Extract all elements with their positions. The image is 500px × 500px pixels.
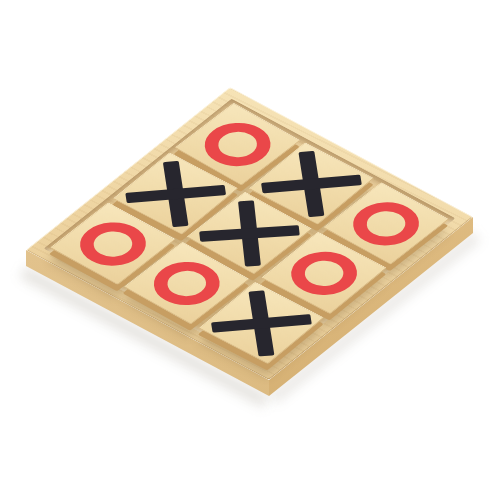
product-photo-scene (0, 0, 500, 500)
o-mark-icon (339, 193, 432, 254)
o-mark-icon (141, 253, 234, 314)
board-recess-grid (43, 99, 455, 369)
tic-tac-toe-board (26, 87, 473, 380)
o-mark-icon (67, 213, 160, 274)
o-mark-icon (277, 243, 370, 304)
o-mark-icon (191, 114, 284, 175)
